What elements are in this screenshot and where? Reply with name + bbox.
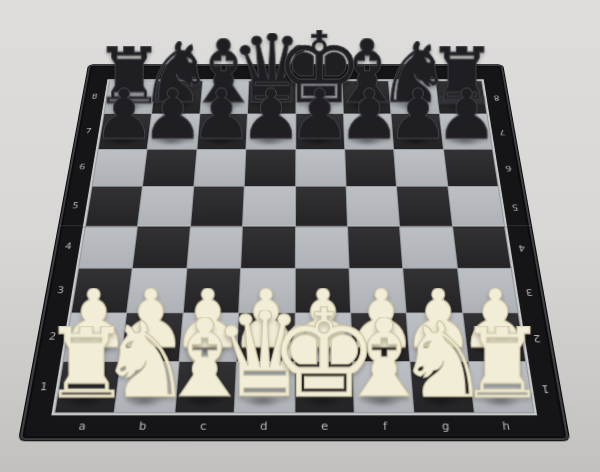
square-c6[interactable] xyxy=(194,150,245,187)
rook-glyph: ♜ xyxy=(459,325,547,401)
file-label-bottom-g: g xyxy=(414,413,477,440)
board-case-edge xyxy=(25,419,563,430)
square-h7[interactable]: ♟ xyxy=(440,114,492,148)
file-label-top-d: d xyxy=(249,65,296,81)
square-h6[interactable] xyxy=(444,150,498,187)
square-f6[interactable] xyxy=(345,150,396,187)
chess-board: ♜♞♝♛♚♝♞♜♟♟♟♟♟♟♟♟♟♟♟♟♟♟♟♟♜♞♝♛♚♝♞♜ 8877665… xyxy=(19,65,569,441)
square-b5[interactable] xyxy=(138,187,193,226)
rank-label-right-8: 8 xyxy=(482,81,511,114)
square-e7[interactable]: ♟ xyxy=(296,114,344,148)
square-a4[interactable] xyxy=(79,226,137,267)
square-e5[interactable] xyxy=(296,187,347,226)
file-label-top-a: a xyxy=(109,65,158,81)
chess-board-grid: ♜♞♝♛♚♝♞♜♟♟♟♟♟♟♟♟♟♟♟♟♟♟♟♟♜♞♝♛♚♝♞♜ xyxy=(54,81,534,414)
file-label-bottom-f: f xyxy=(354,413,416,440)
square-a5[interactable] xyxy=(86,187,142,226)
king-glyph: ♚ xyxy=(269,306,379,402)
rank-label-right-6: 6 xyxy=(493,149,524,186)
file-label-top-g: g xyxy=(388,65,436,81)
scene: ♜♞♝♛♚♝♞♜♟♟♟♟♟♟♟♟♟♟♟♟♟♟♟♟♜♞♝♛♚♝♞♜ 8877665… xyxy=(0,0,600,472)
square-g6[interactable] xyxy=(394,150,447,187)
chess-set-photo: ♜♞♝♛♚♝♞♜♟♟♟♟♟♟♟♟♟♟♟♟♟♟♟♟♜♞♝♛♚♝♞♜ 8877665… xyxy=(0,0,600,472)
square-a1[interactable]: ♜ xyxy=(55,362,120,413)
square-d4[interactable] xyxy=(241,226,294,267)
file-label-bottom-c: c xyxy=(172,413,234,440)
square-e4[interactable] xyxy=(295,226,348,267)
square-c5[interactable] xyxy=(191,187,244,226)
square-e1[interactable]: ♚ xyxy=(295,362,354,413)
square-g4[interactable] xyxy=(400,226,456,267)
file-label-top-e: e xyxy=(296,65,343,81)
file-label-bottom-d: d xyxy=(233,413,294,440)
square-c4[interactable] xyxy=(187,226,242,267)
file-label-top-b: b xyxy=(156,65,204,81)
square-h5[interactable] xyxy=(448,187,504,226)
rank-label-right-5: 5 xyxy=(499,186,531,226)
piece-white-king-e1[interactable]: ♚ xyxy=(269,306,379,402)
file-label-top-c: c xyxy=(202,65,249,81)
rank-label-right-7: 7 xyxy=(487,114,517,149)
piece-white-rook-a1[interactable]: ♜ xyxy=(42,325,130,401)
square-f5[interactable] xyxy=(346,187,399,226)
file-label-bottom-a: a xyxy=(50,413,115,440)
square-g5[interactable] xyxy=(397,187,451,226)
file-label-bottom-h: h xyxy=(474,413,538,440)
square-h1[interactable]: ♜ xyxy=(469,362,534,413)
square-d5[interactable] xyxy=(243,187,295,226)
square-d6[interactable] xyxy=(245,150,295,187)
square-h4[interactable] xyxy=(453,226,511,267)
square-a6[interactable] xyxy=(93,150,147,187)
file-label-top-h: h xyxy=(434,65,482,81)
square-e6[interactable] xyxy=(296,150,346,187)
square-b4[interactable] xyxy=(133,226,190,267)
file-label-bottom-e: e xyxy=(294,413,355,440)
rook-glyph: ♜ xyxy=(42,325,130,401)
piece-white-rook-h1[interactable]: ♜ xyxy=(459,325,547,401)
square-b6[interactable] xyxy=(143,150,196,187)
file-label-top-f: f xyxy=(342,65,389,81)
file-label-bottom-b: b xyxy=(111,413,174,440)
square-f4[interactable] xyxy=(348,226,403,267)
